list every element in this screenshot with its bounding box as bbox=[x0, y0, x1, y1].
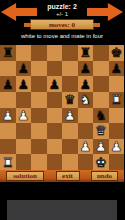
solution-button[interactable]: solution bbox=[6, 171, 44, 181]
square-h3[interactable] bbox=[109, 123, 125, 139]
square-e2[interactable] bbox=[62, 139, 78, 155]
square-f5[interactable]: ♞ bbox=[78, 92, 94, 108]
moves-counter-banner: moves: 0 bbox=[30, 19, 94, 30]
square-a4[interactable]: ♟ bbox=[0, 108, 16, 124]
square-c7[interactable] bbox=[31, 61, 47, 77]
square-e5[interactable]: ♛ bbox=[62, 92, 78, 108]
square-c1[interactable] bbox=[31, 154, 47, 170]
square-g1[interactable]: ♚ bbox=[93, 154, 109, 170]
square-g5[interactable] bbox=[93, 92, 109, 108]
square-c6[interactable] bbox=[31, 76, 47, 92]
square-c4[interactable] bbox=[31, 108, 47, 124]
white-pawn: ♟ bbox=[110, 140, 122, 153]
square-b1[interactable] bbox=[16, 154, 32, 170]
black-pawn: ♟ bbox=[17, 78, 29, 91]
square-a3[interactable] bbox=[0, 123, 16, 139]
square-e6[interactable] bbox=[62, 76, 78, 92]
square-h1[interactable] bbox=[109, 154, 125, 170]
square-a6[interactable]: ♟ bbox=[0, 76, 16, 92]
square-d1[interactable] bbox=[47, 154, 63, 170]
black-pawn: ♟ bbox=[2, 78, 14, 91]
square-g2[interactable]: ♟ bbox=[93, 139, 109, 155]
moves-counter-label: moves: 0 bbox=[49, 21, 75, 29]
square-g8[interactable] bbox=[93, 45, 109, 61]
square-c5[interactable] bbox=[31, 92, 47, 108]
puzzle-number-label: puzzle: 2 bbox=[0, 3, 124, 10]
square-f2[interactable]: ♟ bbox=[78, 139, 94, 155]
square-h4[interactable] bbox=[109, 108, 125, 124]
square-g6[interactable] bbox=[93, 76, 109, 92]
square-d5[interactable] bbox=[47, 92, 63, 108]
square-d4[interactable] bbox=[47, 108, 63, 124]
puzzle-rating-label: +/- 1 bbox=[0, 11, 124, 17]
white-rook: ♜ bbox=[110, 93, 122, 106]
square-a7[interactable] bbox=[0, 61, 16, 77]
square-e7[interactable] bbox=[62, 61, 78, 77]
square-g4[interactable]: ♞ bbox=[93, 108, 109, 124]
square-e8[interactable] bbox=[62, 45, 78, 61]
square-b7[interactable]: ♟ bbox=[16, 61, 32, 77]
square-c8[interactable] bbox=[31, 45, 47, 61]
square-a1[interactable]: ♜ bbox=[0, 154, 16, 170]
square-h2[interactable]: ♟ bbox=[109, 139, 125, 155]
square-b4[interactable]: ♟ bbox=[16, 108, 32, 124]
square-b2[interactable] bbox=[16, 139, 32, 155]
black-king: ♚ bbox=[110, 46, 122, 59]
white-rook: ♜ bbox=[2, 156, 14, 169]
square-b6[interactable]: ♟ bbox=[16, 76, 32, 92]
square-h8[interactable]: ♚ bbox=[109, 45, 125, 61]
undo-button[interactable]: undo bbox=[91, 171, 118, 181]
white-pawn: ♟ bbox=[64, 109, 76, 122]
square-a5[interactable] bbox=[0, 92, 16, 108]
square-d8[interactable] bbox=[47, 45, 63, 61]
square-e3[interactable] bbox=[62, 123, 78, 139]
white-pawn: ♟ bbox=[2, 109, 14, 122]
square-e4[interactable]: ♟ bbox=[62, 108, 78, 124]
black-pawn: ♟ bbox=[110, 62, 122, 75]
chess-board[interactable]: ♜♜♚♟♟♟♟♟♟♟♛♞♜♟♟♟♞♛♟♟♟♜♚ bbox=[0, 45, 124, 170]
black-rook: ♜ bbox=[79, 46, 91, 59]
square-f8[interactable]: ♜ bbox=[78, 45, 94, 61]
square-d6[interactable]: ♟ bbox=[47, 76, 63, 92]
square-b3[interactable] bbox=[16, 123, 32, 139]
black-pawn: ♟ bbox=[79, 62, 91, 75]
square-f4[interactable] bbox=[78, 108, 94, 124]
square-e1[interactable] bbox=[62, 154, 78, 170]
square-b8[interactable] bbox=[16, 45, 32, 61]
square-f1[interactable] bbox=[78, 154, 94, 170]
button-bar: solution exit undo bbox=[0, 170, 124, 182]
square-a8[interactable]: ♜ bbox=[0, 45, 16, 61]
square-h5[interactable]: ♜ bbox=[109, 92, 125, 108]
exit-button[interactable]: exit bbox=[56, 171, 80, 181]
white-pawn: ♟ bbox=[17, 109, 29, 122]
square-c2[interactable] bbox=[31, 139, 47, 155]
instruction-text: white to move and mate in four bbox=[0, 33, 124, 39]
black-knight: ♞ bbox=[95, 109, 107, 122]
ad-placeholder bbox=[7, 200, 117, 220]
chess-puzzle-app: puzzle: 2 +/- 1 moves: 0 white to move a… bbox=[0, 0, 124, 220]
square-f3[interactable] bbox=[78, 123, 94, 139]
white-king: ♚ bbox=[95, 156, 107, 169]
white-queen: ♛ bbox=[95, 124, 107, 137]
square-g7[interactable] bbox=[93, 61, 109, 77]
square-h7[interactable]: ♟ bbox=[109, 61, 125, 77]
black-pawn: ♟ bbox=[79, 78, 91, 91]
white-knight: ♞ bbox=[79, 93, 91, 106]
black-pawn: ♟ bbox=[48, 78, 60, 91]
black-rook: ♜ bbox=[2, 46, 14, 59]
square-d2[interactable] bbox=[47, 139, 63, 155]
black-pawn: ♟ bbox=[17, 62, 29, 75]
square-f6[interactable]: ♟ bbox=[78, 76, 94, 92]
square-h6[interactable] bbox=[109, 76, 125, 92]
white-pawn: ♟ bbox=[79, 140, 91, 153]
square-d7[interactable] bbox=[47, 61, 63, 77]
square-g3[interactable]: ♛ bbox=[93, 123, 109, 139]
square-b5[interactable] bbox=[16, 92, 32, 108]
black-queen: ♛ bbox=[64, 93, 76, 106]
square-a2[interactable] bbox=[0, 139, 16, 155]
square-c3[interactable] bbox=[31, 123, 47, 139]
square-d3[interactable] bbox=[47, 123, 63, 139]
square-f7[interactable]: ♟ bbox=[78, 61, 94, 77]
white-pawn: ♟ bbox=[95, 140, 107, 153]
